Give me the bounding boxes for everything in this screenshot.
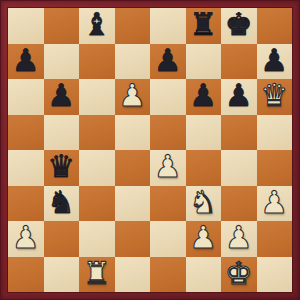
square-a6[interactable] — [8, 79, 44, 115]
square-h2[interactable] — [257, 221, 293, 257]
square-h1[interactable] — [257, 257, 293, 293]
square-f8[interactable]: ♜ — [186, 8, 222, 44]
piece-black-pawn[interactable]: ♟ — [260, 45, 288, 76]
square-b1[interactable] — [44, 257, 80, 293]
square-e8[interactable] — [150, 8, 186, 44]
square-d8[interactable] — [115, 8, 151, 44]
piece-white-pawn[interactable]: ♟ — [189, 222, 217, 253]
piece-white-knight[interactable]: ♞ — [189, 187, 217, 218]
square-h7[interactable]: ♟ — [257, 44, 293, 80]
square-d6[interactable]: ♟ — [115, 79, 151, 115]
piece-black-knight[interactable]: ♞ — [47, 187, 75, 218]
piece-white-king[interactable]: ♚ — [225, 258, 253, 289]
piece-black-queen[interactable]: ♛ — [47, 151, 75, 182]
piece-black-pawn[interactable]: ♟ — [189, 80, 217, 111]
square-h8[interactable] — [257, 8, 293, 44]
square-g6[interactable]: ♟ — [221, 79, 257, 115]
square-d7[interactable] — [115, 44, 151, 80]
square-h5[interactable] — [257, 115, 293, 151]
square-e2[interactable] — [150, 221, 186, 257]
square-a8[interactable] — [8, 8, 44, 44]
square-a5[interactable] — [8, 115, 44, 151]
square-f1[interactable] — [186, 257, 222, 293]
square-a4[interactable] — [8, 150, 44, 186]
square-h4[interactable] — [257, 150, 293, 186]
square-d2[interactable] — [115, 221, 151, 257]
piece-white-pawn[interactable]: ♟ — [118, 80, 146, 111]
square-f6[interactable]: ♟ — [186, 79, 222, 115]
square-e6[interactable] — [150, 79, 186, 115]
square-e4[interactable]: ♟ — [150, 150, 186, 186]
square-g5[interactable] — [221, 115, 257, 151]
square-a3[interactable] — [8, 186, 44, 222]
square-g7[interactable] — [221, 44, 257, 80]
square-a2[interactable]: ♟ — [8, 221, 44, 257]
piece-white-pawn[interactable]: ♟ — [154, 151, 182, 182]
piece-black-pawn[interactable]: ♟ — [225, 80, 253, 111]
square-b7[interactable] — [44, 44, 80, 80]
square-b8[interactable] — [44, 8, 80, 44]
square-h6[interactable]: ♛ — [257, 79, 293, 115]
square-d4[interactable] — [115, 150, 151, 186]
square-c7[interactable] — [79, 44, 115, 80]
square-f4[interactable] — [186, 150, 222, 186]
square-b2[interactable] — [44, 221, 80, 257]
piece-black-pawn[interactable]: ♟ — [47, 80, 75, 111]
piece-white-pawn[interactable]: ♟ — [225, 222, 253, 253]
square-c4[interactable] — [79, 150, 115, 186]
square-d5[interactable] — [115, 115, 151, 151]
square-f5[interactable] — [186, 115, 222, 151]
square-g2[interactable]: ♟ — [221, 221, 257, 257]
square-g1[interactable]: ♚ — [221, 257, 257, 293]
square-b5[interactable] — [44, 115, 80, 151]
square-c2[interactable] — [79, 221, 115, 257]
piece-black-king[interactable]: ♚ — [225, 9, 253, 40]
square-b6[interactable]: ♟ — [44, 79, 80, 115]
square-f7[interactable] — [186, 44, 222, 80]
square-f2[interactable]: ♟ — [186, 221, 222, 257]
piece-white-pawn[interactable]: ♟ — [12, 222, 40, 253]
piece-black-bishop[interactable]: ♝ — [83, 9, 111, 40]
square-a1[interactable] — [8, 257, 44, 293]
square-c5[interactable] — [79, 115, 115, 151]
square-g8[interactable]: ♚ — [221, 8, 257, 44]
piece-black-rook[interactable]: ♜ — [189, 9, 217, 40]
square-c8[interactable]: ♝ — [79, 8, 115, 44]
square-c6[interactable] — [79, 79, 115, 115]
square-g4[interactable] — [221, 150, 257, 186]
piece-white-rook[interactable]: ♜ — [83, 258, 111, 289]
square-b4[interactable]: ♛ — [44, 150, 80, 186]
square-f3[interactable]: ♞ — [186, 186, 222, 222]
piece-black-pawn[interactable]: ♟ — [154, 45, 182, 76]
square-c1[interactable]: ♜ — [79, 257, 115, 293]
piece-white-queen[interactable]: ♛ — [260, 80, 288, 111]
square-e5[interactable] — [150, 115, 186, 151]
piece-black-pawn[interactable]: ♟ — [12, 45, 40, 76]
board-frame: ♝♜♚♟♟♟♟♟♟♟♛♛♟♞♞♟♟♟♟♜♚ — [0, 0, 300, 300]
piece-white-pawn[interactable]: ♟ — [260, 187, 288, 218]
square-b3[interactable]: ♞ — [44, 186, 80, 222]
chess-board: ♝♜♚♟♟♟♟♟♟♟♛♛♟♞♞♟♟♟♟♜♚ — [8, 8, 292, 292]
square-c3[interactable] — [79, 186, 115, 222]
square-e1[interactable] — [150, 257, 186, 293]
square-e3[interactable] — [150, 186, 186, 222]
square-a7[interactable]: ♟ — [8, 44, 44, 80]
square-d1[interactable] — [115, 257, 151, 293]
square-e7[interactable]: ♟ — [150, 44, 186, 80]
square-g3[interactable] — [221, 186, 257, 222]
square-h3[interactable]: ♟ — [257, 186, 293, 222]
square-d3[interactable] — [115, 186, 151, 222]
